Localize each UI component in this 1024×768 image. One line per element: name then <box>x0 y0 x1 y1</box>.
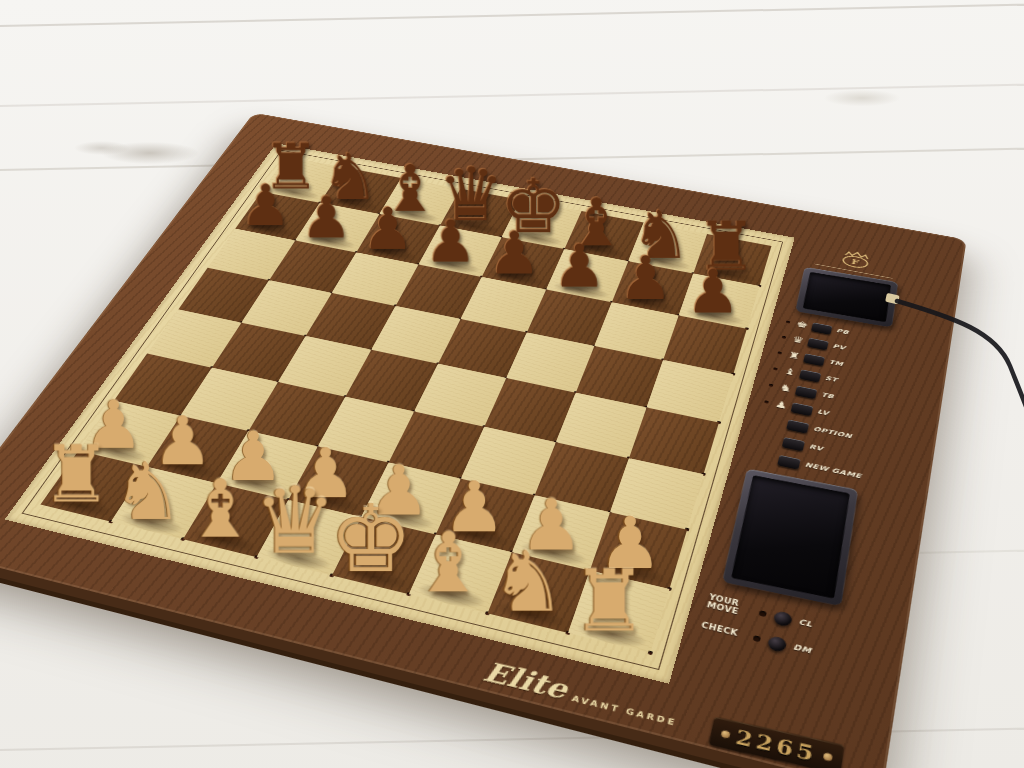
chessboard-grid: ♜♞♝♛♚♝♞♜♟♟♟♟♟♟♟♟♟♟♟♟♟♟♟♟♜♞♝♛♚♝♞♜ <box>41 157 772 653</box>
button-lv[interactable] <box>791 402 814 416</box>
button-label: TM <box>828 360 889 377</box>
piece-black-pawn[interactable]: ♟ <box>301 191 352 245</box>
piece-black-pawn[interactable]: ♟ <box>362 202 414 257</box>
piece-white-bishop[interactable]: ♝ <box>412 523 486 602</box>
walnut-frame: ♜♞♝♛♚♝♞♜♟♟♟♟♟♟♟♟♟♟♟♟♟♟♟♟♜♞♝♛♚♝♞♜ F ♚PB♛P… <box>0 113 967 768</box>
piece-symbol-icon: ♞ <box>777 382 794 394</box>
button-st[interactable] <box>799 369 821 382</box>
piece-white-knight[interactable]: ♞ <box>491 542 566 622</box>
spacer <box>764 438 779 441</box>
button-option[interactable] <box>786 419 809 433</box>
button-label: PB <box>836 328 896 345</box>
piece-black-pawn[interactable]: ♟ <box>686 263 740 321</box>
piece-symbol-icon: ♝ <box>781 366 798 377</box>
cl-button[interactable] <box>773 610 793 627</box>
table-plank-line <box>0 2 1024 27</box>
screw-icon <box>823 752 833 761</box>
button-led <box>773 367 778 370</box>
svg-text:F: F <box>851 258 860 267</box>
button-led <box>786 320 790 323</box>
piece-black-pawn[interactable]: ♟ <box>240 180 291 234</box>
button-new-game[interactable] <box>777 455 801 470</box>
lcd-screen <box>731 475 849 598</box>
piece-white-rook[interactable]: ♜ <box>572 560 648 641</box>
panel-button-row: ♞TB <box>765 376 884 416</box>
fidelity-crown-logo: F <box>831 247 879 273</box>
piece-white-bishop[interactable]: ♝ <box>185 470 257 546</box>
table-plank-line <box>0 82 1024 107</box>
button-pb[interactable] <box>811 322 832 334</box>
button-led <box>778 351 783 354</box>
dm-button-label: DM <box>792 644 835 662</box>
spacer <box>760 456 776 459</box>
screw-icon <box>721 729 731 738</box>
check-label: CHECK <box>700 621 751 641</box>
piece-black-pawn[interactable]: ♟ <box>424 214 476 269</box>
piece-symbol-icon: ♚ <box>794 319 810 330</box>
button-tm[interactable] <box>803 353 825 366</box>
piece-white-king[interactable]: ♚ <box>329 494 413 583</box>
cl-button-label: CL <box>798 618 840 635</box>
dm-button[interactable] <box>767 635 788 653</box>
your-move-label: YOUR MOVE <box>706 593 758 620</box>
button-rv[interactable] <box>782 437 805 451</box>
piece-black-pawn[interactable]: ♟ <box>619 251 673 308</box>
check-led <box>753 635 761 642</box>
piece-black-pawn[interactable]: ♟ <box>488 226 541 282</box>
piece-white-queen[interactable]: ♛ <box>254 477 337 565</box>
photo-scene: ♜♞♝♛♚♝♞♜♟♟♟♟♟♟♟♟♟♟♟♟♟♟♟♟♜♞♝♛♚♝♞♜ F ♚PB♛P… <box>0 0 1024 768</box>
button-led <box>769 383 774 386</box>
piece-white-knight[interactable]: ♞ <box>112 453 183 528</box>
lcd-display-bottom <box>722 469 858 607</box>
spacer <box>769 420 784 423</box>
button-tb[interactable] <box>795 385 817 398</box>
button-label: OPTION <box>813 426 877 445</box>
button-pv[interactable] <box>807 337 829 350</box>
lcd-screen <box>803 272 891 322</box>
panel-buttons: ♚PB♛PV♜TM♝ST♞TB♟LVOPTIONRVNEW GAME <box>746 313 896 488</box>
button-label: ST <box>824 376 886 394</box>
piece-symbol-icon: ♛ <box>790 334 807 345</box>
button-led <box>782 335 787 338</box>
button-led <box>764 400 769 404</box>
piece-symbol-icon: ♜ <box>786 350 803 361</box>
piece-black-pawn[interactable]: ♟ <box>553 238 606 294</box>
square-a4[interactable] <box>147 309 241 367</box>
piece-symbol-icon: ♟ <box>772 399 789 411</box>
your-move-led <box>759 610 767 617</box>
chess-computer-board: ♜♞♝♛♚♝♞♜♟♟♟♟♟♟♟♟♟♟♟♟♟♟♟♟♜♞♝♛♚♝♞♜ F ♚PB♛P… <box>0 113 967 768</box>
piece-white-rook[interactable]: ♜ <box>41 437 111 512</box>
